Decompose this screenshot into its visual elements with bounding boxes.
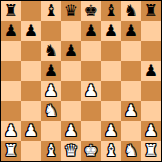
square-d4[interactable] xyxy=(61,81,81,101)
square-h4[interactable] xyxy=(141,81,161,101)
square-e1[interactable]: ♚ xyxy=(81,141,101,161)
piece-black-bishop: ♝ xyxy=(104,1,118,21)
square-b3[interactable] xyxy=(21,101,41,121)
piece-white-pawn: ♟ xyxy=(44,81,58,101)
square-b7[interactable]: ♟ xyxy=(21,21,41,41)
square-a6[interactable] xyxy=(1,41,21,61)
square-d8[interactable]: ♛ xyxy=(61,1,81,21)
chess-board-grid: ♜♝♛♚♝♞♜♟♟♟♟♟♞♟♟♟♟♟♞♟♟♟♟♟♟♜♝♛♚♝♞♜ xyxy=(1,1,161,161)
square-g4[interactable] xyxy=(121,81,141,101)
piece-black-pawn: ♟ xyxy=(44,61,58,81)
square-d2[interactable]: ♟ xyxy=(61,121,81,141)
square-c4[interactable]: ♟ xyxy=(41,81,61,101)
square-a8[interactable]: ♜ xyxy=(1,1,21,21)
square-d3[interactable] xyxy=(61,101,81,121)
square-e4[interactable]: ♟ xyxy=(81,81,101,101)
square-a3[interactable] xyxy=(1,101,21,121)
square-h8[interactable]: ♜ xyxy=(141,1,161,21)
square-a2[interactable]: ♟ xyxy=(1,121,21,141)
piece-white-pawn: ♟ xyxy=(4,121,18,141)
square-f4[interactable] xyxy=(101,81,121,101)
square-e2[interactable] xyxy=(81,121,101,141)
square-h7[interactable] xyxy=(141,21,161,41)
piece-white-pawn: ♟ xyxy=(144,121,158,141)
square-h3[interactable] xyxy=(141,101,161,121)
piece-black-knight: ♞ xyxy=(44,41,58,61)
piece-black-knight: ♞ xyxy=(124,1,138,21)
piece-white-knight: ♞ xyxy=(124,141,138,161)
piece-black-queen: ♛ xyxy=(64,1,78,21)
piece-white-rook: ♜ xyxy=(4,141,18,161)
square-a7[interactable]: ♟ xyxy=(1,21,21,41)
square-f1[interactable]: ♝ xyxy=(101,141,121,161)
square-b5[interactable] xyxy=(21,61,41,81)
piece-black-pawn: ♟ xyxy=(104,21,118,41)
square-b1[interactable] xyxy=(21,141,41,161)
square-c6[interactable]: ♞ xyxy=(41,41,61,61)
square-f6[interactable] xyxy=(101,41,121,61)
piece-black-rook: ♜ xyxy=(4,1,18,21)
square-a1[interactable]: ♜ xyxy=(1,141,21,161)
square-b8[interactable] xyxy=(21,1,41,21)
piece-white-bishop: ♝ xyxy=(44,141,58,161)
square-d6[interactable]: ♟ xyxy=(61,41,81,61)
square-c5[interactable]: ♟ xyxy=(41,61,61,81)
piece-white-pawn: ♟ xyxy=(84,81,98,101)
square-f3[interactable] xyxy=(101,101,121,121)
square-d1[interactable]: ♛ xyxy=(61,141,81,161)
square-e6[interactable] xyxy=(81,41,101,61)
piece-black-rook: ♜ xyxy=(144,1,158,21)
square-a5[interactable] xyxy=(1,61,21,81)
piece-black-bishop: ♝ xyxy=(44,1,58,21)
piece-white-knight: ♞ xyxy=(44,101,58,121)
square-f8[interactable]: ♝ xyxy=(101,1,121,21)
square-g8[interactable]: ♞ xyxy=(121,1,141,21)
square-c1[interactable]: ♝ xyxy=(41,141,61,161)
square-c3[interactable]: ♞ xyxy=(41,101,61,121)
square-f5[interactable] xyxy=(101,61,121,81)
square-h6[interactable] xyxy=(141,41,161,61)
piece-black-pawn: ♟ xyxy=(24,21,38,41)
square-h1[interactable]: ♜ xyxy=(141,141,161,161)
piece-white-bishop: ♝ xyxy=(104,141,118,161)
piece-black-pawn: ♟ xyxy=(4,21,18,41)
square-e8[interactable]: ♚ xyxy=(81,1,101,21)
square-g5[interactable] xyxy=(121,61,141,81)
square-g1[interactable]: ♞ xyxy=(121,141,141,161)
square-c8[interactable]: ♝ xyxy=(41,1,61,21)
chess-board: ♜♝♛♚♝♞♜♟♟♟♟♟♞♟♟♟♟♟♞♟♟♟♟♟♟♜♝♛♚♝♞♜ xyxy=(0,0,162,162)
square-d7[interactable] xyxy=(61,21,81,41)
square-g3[interactable]: ♟ xyxy=(121,101,141,121)
piece-black-pawn: ♟ xyxy=(84,21,98,41)
square-d5[interactable] xyxy=(61,61,81,81)
square-b2[interactable]: ♟ xyxy=(21,121,41,141)
piece-white-queen: ♛ xyxy=(64,141,78,161)
piece-white-pawn: ♟ xyxy=(24,121,38,141)
square-b6[interactable] xyxy=(21,41,41,61)
square-a4[interactable] xyxy=(1,81,21,101)
piece-white-pawn: ♟ xyxy=(64,121,78,141)
square-g6[interactable] xyxy=(121,41,141,61)
piece-black-pawn: ♟ xyxy=(64,41,78,61)
piece-white-rook: ♜ xyxy=(144,141,158,161)
square-f2[interactable]: ♟ xyxy=(101,121,121,141)
piece-white-pawn: ♟ xyxy=(124,101,138,121)
square-g2[interactable] xyxy=(121,121,141,141)
piece-black-king: ♚ xyxy=(84,1,98,21)
piece-black-pawn: ♟ xyxy=(124,21,138,41)
square-h2[interactable]: ♟ xyxy=(141,121,161,141)
square-e7[interactable]: ♟ xyxy=(81,21,101,41)
square-c2[interactable] xyxy=(41,121,61,141)
piece-white-king: ♚ xyxy=(84,141,98,161)
square-f7[interactable]: ♟ xyxy=(101,21,121,41)
square-c7[interactable] xyxy=(41,21,61,41)
piece-white-pawn: ♟ xyxy=(104,121,118,141)
square-e3[interactable] xyxy=(81,101,101,121)
square-h5[interactable]: ♟ xyxy=(141,61,161,81)
piece-black-pawn: ♟ xyxy=(144,61,158,81)
square-g7[interactable]: ♟ xyxy=(121,21,141,41)
square-e5[interactable] xyxy=(81,61,101,81)
square-b4[interactable] xyxy=(21,81,41,101)
